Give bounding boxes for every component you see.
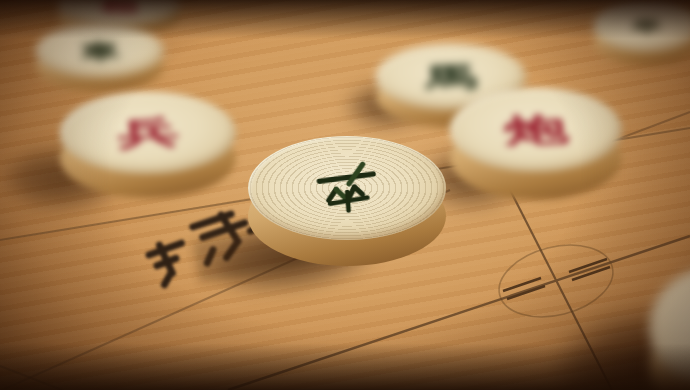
piece-black-soldier-main[interactable]: 卒 xyxy=(248,136,446,266)
piece-black-chariot[interactable]: 車 xyxy=(36,24,164,92)
piece-character: 相 xyxy=(99,0,140,14)
piece-red-cannon[interactable]: 炮 xyxy=(450,88,622,200)
piece-character: 炮 xyxy=(502,113,570,147)
piece-unknown-foreground[interactable] xyxy=(650,268,690,390)
piece-character: 卒 xyxy=(631,18,663,34)
piece-character: 兵 xyxy=(115,116,181,149)
piece-character: 車 xyxy=(79,40,122,61)
piece-red-soldier[interactable]: 兵 xyxy=(60,92,236,198)
piece-character: 馬 xyxy=(423,63,479,91)
xiangqi-photo-scene: 相 車 兵 馬 炮 卒 卒 xyxy=(0,0,690,390)
engraved-character-zu xyxy=(277,157,416,218)
piece-black-soldier-far[interactable]: 卒 xyxy=(594,0,690,66)
